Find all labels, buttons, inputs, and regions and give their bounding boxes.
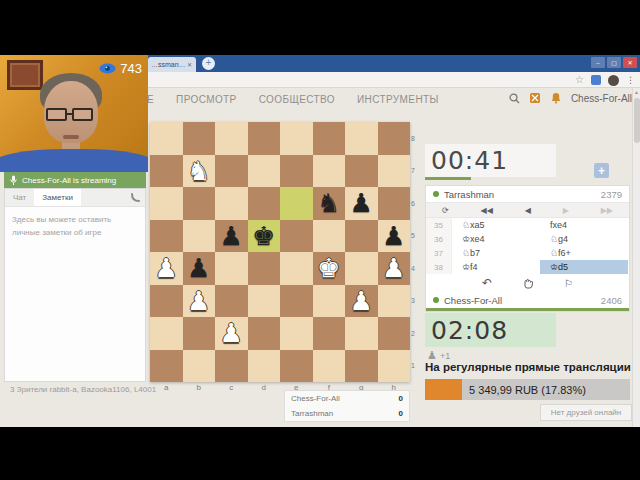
player-bottom-row: Chess-For-All 2406: [426, 292, 629, 308]
square-c6[interactable]: [215, 187, 248, 220]
piece-white-pawn: ♟: [382, 252, 405, 284]
square-h5[interactable]: ♟: [378, 220, 411, 253]
square-e3[interactable]: [280, 285, 313, 318]
username[interactable]: Chess-For-All: [571, 93, 632, 104]
move-white[interactable]: ♔f4: [452, 260, 540, 274]
microphone-icon: [10, 175, 17, 186]
square-h6[interactable]: [378, 187, 411, 220]
square-b5[interactable]: [183, 220, 216, 253]
scrollbar-up-icon[interactable]: ▲: [633, 88, 640, 96]
rank-label: 4: [411, 252, 420, 285]
online-dot-icon: [433, 297, 439, 303]
page-scrollbar[interactable]: ▲: [632, 88, 640, 427]
tab-title: …ssman…: [151, 61, 185, 68]
piece-white-pawn: ♟: [350, 285, 373, 317]
square-d8[interactable]: [248, 122, 281, 155]
piece-black-pawn: ♟: [220, 220, 243, 252]
square-b7[interactable]: ♞: [183, 155, 216, 188]
square-c1[interactable]: [215, 350, 248, 383]
next-move-icon[interactable]: ▶: [563, 206, 569, 215]
score-row: Chess-For-All 0: [285, 391, 409, 406]
challenges-icon[interactable]: [529, 92, 541, 104]
clock-white: 02:08: [425, 313, 556, 347]
piece-black-knight: ♞: [317, 187, 340, 219]
square-b4[interactable]: ♟: [183, 252, 216, 285]
square-d6[interactable]: [248, 187, 281, 220]
move-actions: ↶ ⚐: [426, 274, 629, 292]
move-number: 38: [426, 260, 452, 274]
score-value: 0: [399, 409, 403, 418]
square-b6[interactable]: [183, 187, 216, 220]
rank-labels: 87654321: [411, 122, 420, 382]
clock-black: 00:41: [425, 144, 556, 177]
move-number: 37: [426, 246, 452, 260]
donation-progress-bar: 5 349,99 RUB (17.83%): [425, 379, 630, 400]
rank-label: 8: [411, 122, 420, 155]
online-dot-icon: [433, 191, 439, 197]
file-label: d: [248, 383, 281, 392]
square-d5[interactable]: ♚: [248, 220, 281, 253]
move-row: 35♘xa5fxe4: [426, 218, 629, 232]
score-panel: Chess-For-All 0 Tarrashman 0: [284, 390, 410, 422]
square-c2[interactable]: ♟: [215, 317, 248, 350]
square-c3[interactable]: [215, 285, 248, 318]
new-tab-button[interactable]: +: [202, 57, 215, 70]
piece-white-pawn: ♟: [187, 285, 210, 317]
resign-flag-icon[interactable]: ⚐: [564, 278, 573, 289]
square-c7[interactable]: [215, 155, 248, 188]
piece-white-pawn: ♟: [155, 252, 178, 284]
square-e5[interactable]: [280, 220, 313, 253]
square-c8[interactable]: [215, 122, 248, 155]
player-top-row: Tarrashman 2379: [426, 186, 629, 202]
glasses-bridge: [66, 113, 73, 115]
nav-right: Chess-For-All: [509, 92, 632, 104]
streamer-mouth: [63, 135, 79, 139]
picture-frame: [7, 60, 43, 90]
tab-close-icon[interactable]: ✕: [187, 61, 192, 68]
glasses-icon: [46, 108, 67, 121]
piece-black-king: ♚: [252, 220, 275, 252]
square-a7[interactable]: [150, 155, 183, 188]
piece-black-pawn: ♟: [382, 220, 405, 252]
rank-label: 1: [411, 350, 420, 383]
rank-label: 6: [411, 187, 420, 220]
square-e2[interactable]: [280, 317, 313, 350]
square-a8[interactable]: [150, 122, 183, 155]
search-icon[interactable]: [509, 93, 520, 104]
tab-chat[interactable]: Чат: [5, 189, 34, 206]
square-h2[interactable]: [378, 317, 411, 350]
nav-item-community[interactable]: СООБЩЕСТВО: [259, 94, 335, 105]
square-d3[interactable]: [248, 285, 281, 318]
spectators-list: 3 Зрители rabbit-a, Bazooka1106, L4001: [10, 385, 156, 394]
clock-white-time-bar: [426, 308, 629, 311]
square-g5[interactable]: [345, 220, 378, 253]
notifications-icon[interactable]: [550, 92, 562, 104]
player-bottom-name[interactable]: Chess-For-All: [444, 295, 502, 306]
scrollbar-thumb[interactable]: [634, 98, 640, 143]
square-a5[interactable]: [150, 220, 183, 253]
square-a3[interactable]: [150, 285, 183, 318]
move-nav-bar: ⟳ ◀◀ ◀ ▶ ▶▶: [426, 202, 629, 218]
square-d2[interactable]: [248, 317, 281, 350]
square-h4[interactable]: ♟: [378, 252, 411, 285]
bookmark-star-icon[interactable]: ☆: [575, 75, 584, 85]
square-f2[interactable]: [313, 317, 346, 350]
rank-label: 5: [411, 220, 420, 253]
close-button[interactable]: ✕: [623, 57, 637, 68]
square-f1[interactable]: [313, 350, 346, 383]
move-number: 35: [426, 218, 452, 232]
file-label: b: [183, 383, 216, 392]
browser-tab[interactable]: …ssman… ✕: [148, 57, 196, 72]
score-name: Chess-For-All: [291, 394, 340, 403]
piece-white-pawn: ♟: [220, 317, 243, 349]
piece-black-pawn: ♟: [350, 187, 373, 219]
square-g6[interactable]: ♟: [345, 187, 378, 220]
notes-placeholder[interactable]: Здесь вы можете оставить личные заметки …: [5, 207, 145, 247]
square-e8[interactable]: [280, 122, 313, 155]
square-a4[interactable]: ♟: [150, 252, 183, 285]
move-white[interactable]: ♘xa5: [452, 218, 540, 232]
square-f4[interactable]: ♚: [313, 252, 346, 285]
move-black[interactable]: ♔d5: [540, 260, 628, 274]
square-h8[interactable]: [378, 122, 411, 155]
rank-label: 3: [411, 285, 420, 318]
nav-item-tools[interactable]: ИНСТРУМЕНТЫ: [357, 94, 439, 105]
square-f8[interactable]: [313, 122, 346, 155]
square-e7[interactable]: [280, 155, 313, 188]
piece-white-knight: ♞: [187, 155, 210, 187]
move-row: 38♔f4♔d5: [426, 260, 629, 274]
score-value: 0: [399, 394, 403, 403]
move-black[interactable]: ♘f6+: [540, 246, 628, 260]
square-d7[interactable]: [248, 155, 281, 188]
square-e6[interactable]: [280, 187, 313, 220]
square-g8[interactable]: [345, 122, 378, 155]
square-g3[interactable]: ♟: [345, 285, 378, 318]
square-b1[interactable]: [183, 350, 216, 383]
webcam-overlay: 743: [0, 55, 148, 172]
square-g2[interactable]: [345, 317, 378, 350]
streamer-shirt: [0, 149, 148, 172]
square-b8[interactable]: [183, 122, 216, 155]
player-top-rating: 2379: [601, 189, 622, 200]
square-f7[interactable]: [313, 155, 346, 188]
move-row: 37♘b7♘f6+: [426, 246, 629, 260]
chat-tab-bar: Чат Заметки: [5, 189, 145, 207]
first-move-icon[interactable]: ◀◀: [480, 206, 492, 215]
chess-board: ♞♞♟♟♚♟♟♟♚♟♟♟♟: [150, 122, 410, 382]
piece-black-pawn: ♟: [187, 252, 210, 284]
square-d4[interactable]: [248, 252, 281, 285]
square-b3[interactable]: ♟: [183, 285, 216, 318]
eye-icon: [99, 63, 116, 74]
square-g4[interactable]: [345, 252, 378, 285]
takeback-icon[interactable]: ↶: [482, 276, 492, 290]
file-label: c: [215, 383, 248, 392]
square-g1[interactable]: [345, 350, 378, 383]
move-black[interactable]: fxe4: [540, 218, 628, 232]
donation-title: На регулярные прямые трансляции: [425, 361, 630, 373]
score-name: Tarrashman: [291, 409, 333, 418]
square-f5[interactable]: [313, 220, 346, 253]
nav-item-watch[interactable]: ПРОСМОТР: [176, 94, 237, 105]
profile-avatar-icon[interactable]: [608, 75, 619, 86]
player-top-name[interactable]: Tarrashman: [444, 189, 494, 200]
move-number: 36: [426, 232, 452, 246]
browser-action-icon[interactable]: [591, 75, 601, 85]
material-value: +1: [440, 351, 450, 361]
chat-panel: Чат Заметки Здесь вы можете оставить лич…: [4, 188, 146, 382]
tab-notes[interactable]: Заметки: [34, 189, 81, 206]
rank-label: 2: [411, 317, 420, 350]
donation-progress-text: 5 349,99 RUB (17.83%): [425, 379, 630, 400]
streaming-banner: Chess-For-All is streaming: [4, 172, 146, 188]
square-g7[interactable]: [345, 155, 378, 188]
move-row: 36♔xe4♘g4: [426, 232, 629, 246]
player-bottom-rating: 2406: [601, 295, 622, 306]
move-black[interactable]: ♘g4: [540, 232, 628, 246]
score-row: Tarrashman 0: [285, 406, 409, 421]
browser-menu-icon[interactable]: ⋮: [626, 75, 635, 85]
maximize-button[interactable]: ▢: [607, 57, 621, 68]
move-white[interactable]: ♘b7: [452, 246, 540, 260]
piece-white-king: ♚: [317, 252, 340, 284]
square-f6[interactable]: ♞: [313, 187, 346, 220]
move-list: 35♘xa5fxe436♔xe4♘g437♘b7♘f6+38♔f4♔d5: [426, 218, 629, 274]
square-c5[interactable]: ♟: [215, 220, 248, 253]
stream-frame: …ssman… ✕ + – ▢ ✕ ☆ ⋮ ОБУЧЕНИЕ ПРОСМОТР …: [0, 0, 640, 480]
square-a1[interactable]: [150, 350, 183, 383]
square-a6[interactable]: [150, 187, 183, 220]
draw-offer-hand-icon[interactable]: [522, 277, 534, 289]
square-d1[interactable]: [248, 350, 281, 383]
friends-box[interactable]: Нет друзей онлайн: [540, 404, 632, 421]
clock-black-time-bar: [425, 177, 471, 180]
rank-label: 7: [411, 155, 420, 188]
last-move-icon[interactable]: ▶▶: [601, 206, 613, 215]
phone-icon[interactable]: [125, 189, 145, 206]
viewer-count-value: 743: [120, 61, 142, 76]
square-f3[interactable]: [313, 285, 346, 318]
move-panel: Tarrashman 2379 ⟳ ◀◀ ◀ ▶ ▶▶ 35♘xa5fxe436…: [425, 185, 630, 312]
move-white[interactable]: ♔xe4: [452, 232, 540, 246]
minimize-button[interactable]: –: [591, 57, 605, 68]
glasses-icon: [72, 108, 93, 121]
square-c4[interactable]: [215, 252, 248, 285]
square-h1[interactable]: [378, 350, 411, 383]
square-h3[interactable]: [378, 285, 411, 318]
square-e4[interactable]: [280, 252, 313, 285]
add-time-button[interactable]: +: [594, 163, 609, 178]
viewer-count: 743: [99, 61, 142, 76]
window-controls: – ▢ ✕: [591, 57, 637, 68]
square-a2[interactable]: [150, 317, 183, 350]
streaming-banner-text: Chess-For-All is streaming: [22, 176, 116, 185]
square-h7[interactable]: [378, 155, 411, 188]
square-e1[interactable]: [280, 350, 313, 383]
previous-move-icon[interactable]: ◀: [525, 206, 531, 215]
square-b2[interactable]: [183, 317, 216, 350]
sync-icon[interactable]: ⟳: [442, 206, 449, 215]
